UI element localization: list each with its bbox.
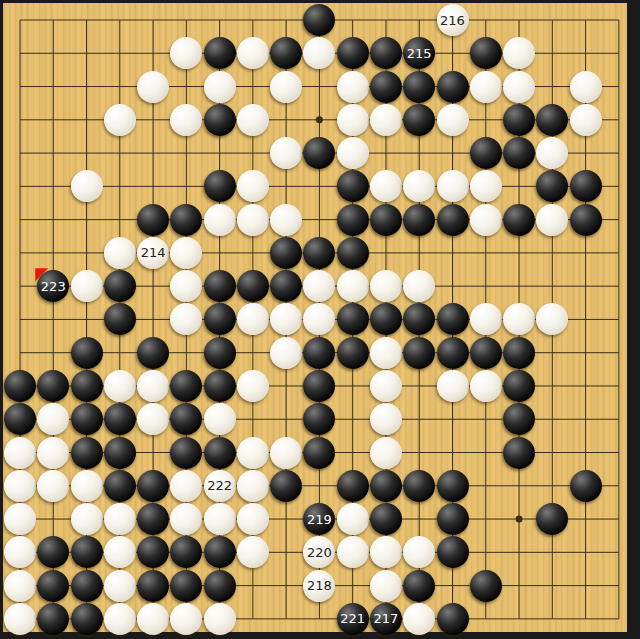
white-stone <box>470 71 502 103</box>
black-stone <box>137 470 169 502</box>
black-stone <box>470 337 502 369</box>
black-stone <box>270 237 302 269</box>
black-stone <box>470 570 502 602</box>
move-number-label: 220 <box>307 546 332 559</box>
black-stone <box>437 536 469 568</box>
black-stone <box>4 403 36 435</box>
white-stone <box>237 437 269 469</box>
white-stone <box>237 104 269 136</box>
white-stone <box>4 470 36 502</box>
black-stone <box>137 570 169 602</box>
white-stone <box>437 370 469 402</box>
white-stone <box>370 370 402 402</box>
white-stone <box>104 603 136 635</box>
black-stone <box>137 204 169 236</box>
black-stone <box>337 470 369 502</box>
black-stone <box>204 270 236 302</box>
black-stone <box>403 104 435 136</box>
black-stone <box>37 370 69 402</box>
white-stone <box>4 437 36 469</box>
white-stone <box>204 403 236 435</box>
move-number-label: 223 <box>41 280 66 293</box>
white-stone <box>337 104 369 136</box>
move-number-label: 217 <box>374 612 399 625</box>
black-stone <box>104 303 136 335</box>
black-stone <box>403 570 435 602</box>
white-stone: 214 <box>137 237 169 269</box>
white-stone <box>337 270 369 302</box>
white-stone <box>204 204 236 236</box>
black-stone <box>370 71 402 103</box>
black-stone <box>370 204 402 236</box>
black-stone <box>104 270 136 302</box>
white-stone <box>470 370 502 402</box>
black-stone <box>370 37 402 69</box>
black-stone <box>337 204 369 236</box>
black-stone <box>104 470 136 502</box>
black-stone <box>71 603 103 635</box>
black-stone <box>71 570 103 602</box>
last-move-marker <box>35 268 48 281</box>
black-stone <box>137 503 169 535</box>
white-stone <box>137 71 169 103</box>
black-stone <box>370 503 402 535</box>
black-stone <box>237 270 269 302</box>
black-stone: 217 <box>370 603 402 635</box>
white-stone <box>470 170 502 202</box>
white-stone <box>337 536 369 568</box>
black-stone <box>270 470 302 502</box>
black-stone <box>337 237 369 269</box>
black-stone <box>204 37 236 69</box>
white-stone <box>71 170 103 202</box>
black-stone <box>170 437 202 469</box>
black-stone <box>303 437 335 469</box>
white-stone <box>170 237 202 269</box>
white-stone <box>370 570 402 602</box>
white-stone <box>536 204 568 236</box>
white-stone <box>137 370 169 402</box>
move-number-label: 216 <box>440 14 465 27</box>
white-stone <box>104 104 136 136</box>
white-stone <box>437 104 469 136</box>
black-stone <box>570 204 602 236</box>
white-stone <box>270 137 302 169</box>
black-stone <box>503 204 535 236</box>
white-stone <box>337 71 369 103</box>
white-stone <box>204 603 236 635</box>
go-board[interactable]: 216215214223222219220218221217 <box>3 3 627 632</box>
move-number-label: 219 <box>307 513 332 526</box>
black-stone <box>204 170 236 202</box>
white-stone <box>337 137 369 169</box>
black-stone <box>4 370 36 402</box>
white-stone <box>104 570 136 602</box>
black-stone <box>71 370 103 402</box>
black-stone <box>470 37 502 69</box>
white-stone <box>71 470 103 502</box>
white-stone <box>570 71 602 103</box>
white-stone <box>137 603 169 635</box>
black-stone <box>503 370 535 402</box>
white-stone <box>170 603 202 635</box>
black-stone <box>337 170 369 202</box>
white-stone: 222 <box>204 470 236 502</box>
black-stone <box>437 303 469 335</box>
white-stone <box>37 470 69 502</box>
white-stone <box>104 536 136 568</box>
black-stone <box>204 303 236 335</box>
white-stone <box>437 170 469 202</box>
white-stone <box>204 503 236 535</box>
move-number-label: 214 <box>141 246 166 259</box>
black-stone <box>403 470 435 502</box>
white-stone: 218 <box>303 570 335 602</box>
black-stone <box>503 137 535 169</box>
black-stone <box>37 603 69 635</box>
black-stone <box>570 170 602 202</box>
white-stone <box>470 303 502 335</box>
black-stone: 221 <box>337 603 369 635</box>
white-stone <box>337 503 369 535</box>
white-stone <box>370 437 402 469</box>
black-stone <box>503 104 535 136</box>
black-stone <box>437 503 469 535</box>
black-stone <box>437 470 469 502</box>
move-number-label: 215 <box>407 47 432 60</box>
white-stone <box>4 503 36 535</box>
black-stone <box>337 37 369 69</box>
black-stone <box>170 204 202 236</box>
white-stone <box>104 237 136 269</box>
black-stone <box>204 370 236 402</box>
black-stone <box>71 403 103 435</box>
white-stone <box>237 470 269 502</box>
white-stone <box>270 337 302 369</box>
black-stone <box>71 337 103 369</box>
white-stone <box>71 503 103 535</box>
white-stone <box>170 470 202 502</box>
black-stone <box>437 204 469 236</box>
white-stone <box>403 603 435 635</box>
white-stone <box>104 503 136 535</box>
move-number-label: 222 <box>207 479 232 492</box>
black-stone <box>503 337 535 369</box>
white-stone <box>370 104 402 136</box>
move-number-label: 218 <box>307 579 332 592</box>
black-stone <box>536 104 568 136</box>
white-stone <box>237 37 269 69</box>
white-stone <box>204 71 236 103</box>
black-stone <box>370 470 402 502</box>
black-stone <box>137 337 169 369</box>
white-stone <box>270 71 302 103</box>
black-stone <box>337 303 369 335</box>
black-stone <box>204 337 236 369</box>
white-stone <box>4 570 36 602</box>
white-stone <box>237 204 269 236</box>
black-stone <box>437 71 469 103</box>
black-stone <box>204 536 236 568</box>
white-stone <box>37 437 69 469</box>
white-stone <box>370 403 402 435</box>
white-stone <box>370 270 402 302</box>
black-stone <box>71 536 103 568</box>
white-stone <box>237 503 269 535</box>
white-stone <box>104 370 136 402</box>
black-stone <box>204 104 236 136</box>
white-stone <box>4 603 36 635</box>
black-stone <box>437 603 469 635</box>
black-stone <box>204 570 236 602</box>
black-stone <box>170 570 202 602</box>
white-stone <box>237 536 269 568</box>
white-stone <box>570 104 602 136</box>
black-stone <box>204 437 236 469</box>
black-stone <box>437 337 469 369</box>
white-stone <box>170 104 202 136</box>
white-stone: 216 <box>437 4 469 36</box>
black-stone <box>303 337 335 369</box>
white-stone <box>270 204 302 236</box>
black-stone <box>104 403 136 435</box>
black-stone <box>470 137 502 169</box>
white-stone <box>470 204 502 236</box>
black-stone <box>71 437 103 469</box>
white-stone <box>71 270 103 302</box>
white-stone <box>270 437 302 469</box>
white-stone <box>237 170 269 202</box>
black-stone <box>37 570 69 602</box>
black-stone <box>403 337 435 369</box>
black-stone <box>104 437 136 469</box>
black-stone <box>403 71 435 103</box>
black-stone <box>570 470 602 502</box>
move-number-label: 221 <box>340 612 365 625</box>
black-stone <box>403 204 435 236</box>
white-stone <box>237 370 269 402</box>
black-stone <box>503 437 535 469</box>
black-stone <box>337 337 369 369</box>
white-stone <box>503 71 535 103</box>
white-stone <box>370 337 402 369</box>
